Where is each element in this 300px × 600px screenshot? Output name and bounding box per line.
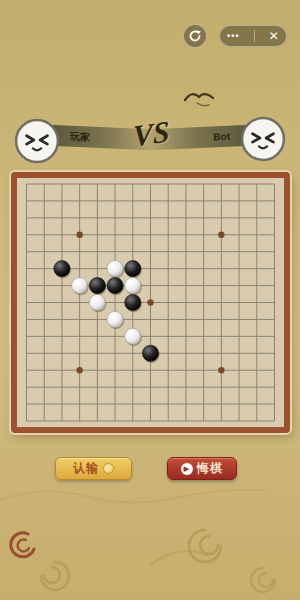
game-screen: ••• ✕ 玩家 VS Bot [0, 0, 300, 600]
coin-icon [103, 463, 114, 474]
resign-button[interactable]: 认输 [55, 457, 132, 480]
play-ad-icon: ▶ [181, 463, 193, 475]
gomoku-board[interactable] [11, 172, 290, 433]
black-stone [54, 261, 70, 277]
left-player-name: 玩家 [70, 129, 90, 144]
star-point [76, 232, 82, 238]
white-stone [107, 311, 123, 327]
white-stone [89, 294, 105, 310]
window-capsule: ••• ✕ [219, 25, 287, 47]
star-point [218, 232, 224, 238]
undo-button[interactable]: ▶ 悔棋 [167, 457, 237, 480]
share-button[interactable] [183, 24, 207, 48]
black-stone [142, 345, 158, 361]
star-point [76, 367, 82, 373]
refresh-arrow-icon [188, 29, 202, 43]
black-stone [89, 277, 105, 293]
red-spiral-decoration [2, 528, 38, 564]
star-point [147, 299, 153, 305]
capsule-divider [254, 30, 255, 42]
right-player-name: Bot [213, 131, 230, 143]
star-point [218, 367, 224, 373]
vs-label: VS [133, 114, 171, 153]
left-player-avatar [14, 118, 60, 164]
cloud-decoration [0, 470, 300, 600]
bird-decoration-icon [183, 88, 217, 108]
undo-label: 悔棋 [197, 460, 223, 477]
black-stone [107, 277, 123, 293]
black-stone [125, 261, 141, 277]
white-stone [125, 277, 141, 293]
resign-label: 认输 [73, 460, 99, 477]
white-stone [125, 328, 141, 344]
white-stone [107, 261, 123, 277]
right-player-avatar [240, 116, 286, 162]
close-button[interactable]: ✕ [269, 30, 279, 42]
more-menu-button[interactable]: ••• [227, 32, 239, 41]
black-stone [125, 294, 141, 310]
white-stone [72, 277, 88, 293]
board-grid [17, 178, 284, 427]
